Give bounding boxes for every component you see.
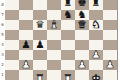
square-g4 <box>89 40 103 50</box>
square-b5 <box>19 30 33 40</box>
square-g7 <box>89 10 103 20</box>
square-f5 <box>75 30 89 40</box>
square-a6 <box>5 20 19 30</box>
square-g2 <box>89 60 103 70</box>
square-g5 <box>89 30 103 40</box>
square-e1: ♜ <box>61 70 75 80</box>
square-c7 <box>33 10 47 20</box>
square-e4 <box>61 40 75 50</box>
square-c5 <box>33 30 47 40</box>
square-h5 <box>103 30 117 40</box>
white-pawn-g3: ♟ <box>89 49 103 60</box>
white-pawn-f2: ♟ <box>75 59 89 70</box>
white-rook-c1: ♜ <box>33 73 47 80</box>
white-queen-f6: ♛ <box>75 19 89 30</box>
square-a1 <box>5 70 19 80</box>
square-c8 <box>33 0 47 10</box>
square-f2: ♟ <box>75 60 89 70</box>
black-knight-f7: ♞ <box>75 9 89 20</box>
square-b6 <box>19 20 33 30</box>
square-d8 <box>47 0 61 10</box>
square-c4: ♟ <box>33 40 47 50</box>
square-e5 <box>61 30 75 40</box>
square-f1 <box>75 70 89 80</box>
square-a4 <box>5 40 19 50</box>
white-bishop-d6: ♝ <box>47 19 61 30</box>
square-e6 <box>61 20 75 30</box>
square-h7 <box>103 10 117 20</box>
square-c2 <box>33 60 47 70</box>
chess-diagram: 87654321 ♜♚♜♞♞♛♝♛♞♟♟♟♟♟♟♜♜♚ <box>0 0 120 80</box>
square-f7: ♞ <box>75 10 89 20</box>
square-h2: ♟ <box>103 60 117 70</box>
square-f4 <box>75 40 89 50</box>
square-a3 <box>5 50 19 60</box>
square-h8 <box>103 0 117 10</box>
square-f8: ♚ <box>75 0 89 10</box>
square-c1: ♜ <box>33 70 47 80</box>
square-f3 <box>75 50 89 60</box>
square-d2 <box>47 60 61 70</box>
square-e8: ♜ <box>61 0 75 10</box>
black-knight-e7: ♞ <box>61 9 75 20</box>
chess-board: ♜♚♜♞♞♛♝♛♞♟♟♟♟♟♟♜♜♚ <box>5 0 117 80</box>
square-e2 <box>61 60 75 70</box>
square-b4: ♟ <box>19 40 33 50</box>
black-rook-e8: ♜ <box>61 0 75 8</box>
square-c6: ♛ <box>33 20 47 30</box>
square-d7 <box>47 10 61 20</box>
square-b7 <box>19 10 33 20</box>
square-b2: ♟ <box>19 60 33 70</box>
black-pawn-b4: ♟ <box>19 39 33 50</box>
square-a5 <box>5 30 19 40</box>
square-b1 <box>19 70 33 80</box>
white-pawn-h2: ♟ <box>103 59 117 70</box>
square-a8 <box>5 0 19 10</box>
white-knight-g6: ♞ <box>89 19 103 30</box>
square-a2 <box>5 60 19 70</box>
square-e7: ♞ <box>61 10 75 20</box>
white-rook-e1: ♜ <box>61 73 75 80</box>
square-c3 <box>33 50 47 60</box>
square-h3 <box>103 50 117 60</box>
square-d5 <box>47 30 61 40</box>
black-pawn-c4: ♟ <box>33 39 47 50</box>
square-b3 <box>19 50 33 60</box>
black-queen-c6: ♛ <box>33 19 47 30</box>
square-d3 <box>47 50 61 60</box>
square-f6: ♛ <box>75 20 89 30</box>
square-a7 <box>5 10 19 20</box>
square-d6: ♝ <box>47 20 61 30</box>
black-rook-g8: ♜ <box>89 0 103 8</box>
black-king-f8: ♚ <box>75 0 89 8</box>
square-d1 <box>47 70 61 80</box>
white-pawn-b2: ♟ <box>19 59 33 70</box>
square-g3: ♟ <box>89 50 103 60</box>
square-e3 <box>61 50 75 60</box>
board-right-border <box>117 0 118 80</box>
square-g6: ♞ <box>89 20 103 30</box>
square-b8 <box>19 0 33 10</box>
square-h6 <box>103 20 117 30</box>
square-g8: ♜ <box>89 0 103 10</box>
square-h4 <box>103 40 117 50</box>
square-d4 <box>47 40 61 50</box>
white-king-g1: ♚ <box>89 73 103 80</box>
square-g1: ♚ <box>89 70 103 80</box>
square-h1 <box>103 70 117 80</box>
